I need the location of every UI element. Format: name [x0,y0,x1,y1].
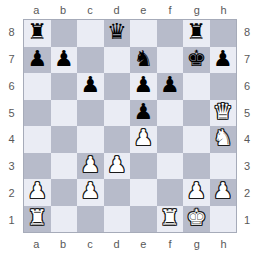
piece-white-pawn-h2[interactable]: ♟ [213,180,233,202]
square-d2[interactable] [104,179,131,206]
square-h4[interactable]: ♞ [210,126,237,153]
square-d5[interactable] [104,100,131,127]
square-d8[interactable]: ♛ [104,20,131,47]
piece-black-king-g7[interactable]: ♚ [186,48,206,70]
piece-black-pawn-c6[interactable]: ♟ [80,74,100,96]
file-label-c: c [77,0,104,19]
file-label-c: c [77,233,104,255]
square-e8[interactable] [130,20,157,47]
file-labels-top: abcdefgh [23,0,237,19]
piece-black-pawn-h7[interactable]: ♟ [213,48,233,70]
square-e7[interactable]: ♞ [130,47,157,74]
square-f2[interactable] [157,179,184,206]
square-b4[interactable] [51,126,78,153]
piece-black-knight-e7[interactable]: ♞ [133,48,153,70]
rank-label-1: 1 [0,206,23,233]
square-f6[interactable]: ♟ [157,73,184,100]
square-d7[interactable] [104,47,131,74]
square-g6[interactable] [183,73,210,100]
square-g4[interactable] [183,126,210,153]
file-label-e: e [130,0,157,19]
file-label-d: d [103,233,130,255]
square-c2[interactable]: ♟ [77,179,104,206]
square-b3[interactable] [51,153,78,180]
square-h8[interactable] [210,20,237,47]
square-a7[interactable]: ♟ [24,47,51,74]
rank-label-7: 7 [0,46,23,73]
square-c3[interactable]: ♟ [77,153,104,180]
square-d1[interactable] [104,206,131,233]
rank-label-4: 4 [237,126,257,153]
file-labels-bottom: abcdefgh [23,233,237,255]
square-g8[interactable]: ♜ [183,20,210,47]
square-c6[interactable]: ♟ [77,73,104,100]
piece-white-pawn-e4[interactable]: ♟ [133,127,153,149]
square-b8[interactable] [51,20,78,47]
square-c7[interactable] [77,47,104,74]
piece-black-queen-d8[interactable]: ♛ [107,21,127,43]
square-a2[interactable]: ♟ [24,179,51,206]
square-e4[interactable]: ♟ [130,126,157,153]
square-a4[interactable] [24,126,51,153]
square-d4[interactable] [104,126,131,153]
file-label-d: d [103,0,130,19]
square-g5[interactable] [183,100,210,127]
piece-black-pawn-f6[interactable]: ♟ [160,74,180,96]
rank-label-1: 1 [237,206,257,233]
square-h5[interactable]: ♛ [210,100,237,127]
piece-black-pawn-e5[interactable]: ♟ [133,101,153,123]
piece-black-pawn-b7[interactable]: ♟ [54,48,74,70]
square-g3[interactable] [183,153,210,180]
square-f3[interactable] [157,153,184,180]
square-c4[interactable] [77,126,104,153]
piece-black-pawn-e6[interactable]: ♟ [133,74,153,96]
file-label-e: e [130,233,157,255]
rank-label-8: 8 [237,19,257,46]
file-label-g: g [184,0,211,19]
square-a1[interactable]: ♜ [24,206,51,233]
rank-label-2: 2 [237,180,257,207]
piece-white-queen-h5[interactable]: ♛ [213,101,233,123]
file-label-a: a [23,0,50,19]
chess-diagram: abcdefgh 87654321 ♜♛♜♟♟♞♚♟♟♟♟♟♛♟♞♟♟♟♟♟♟♜… [0,0,257,255]
square-d6[interactable] [104,73,131,100]
file-label-g: g [184,233,211,255]
square-b2[interactable] [51,179,78,206]
square-a3[interactable] [24,153,51,180]
file-label-b: b [50,233,77,255]
square-f8[interactable] [157,20,184,47]
rank-label-5: 5 [237,99,257,126]
rank-label-4: 4 [0,126,23,153]
square-c8[interactable] [77,20,104,47]
rank-label-6: 6 [237,73,257,100]
square-g2[interactable]: ♟ [183,179,210,206]
file-label-h: h [210,233,237,255]
chess-board: ♜♛♜♟♟♞♚♟♟♟♟♟♛♟♞♟♟♟♟♟♟♜♜♚ [23,19,237,233]
rank-label-2: 2 [0,180,23,207]
square-h3[interactable] [210,153,237,180]
piece-white-rook-f1[interactable]: ♜ [160,207,180,229]
rank-label-5: 5 [0,99,23,126]
rank-label-3: 3 [0,153,23,180]
square-g7[interactable]: ♚ [183,47,210,74]
square-g1[interactable]: ♚ [183,206,210,233]
square-f1[interactable]: ♜ [157,206,184,233]
piece-white-rook-a1[interactable]: ♜ [27,207,47,229]
square-h2[interactable]: ♟ [210,179,237,206]
square-c5[interactable] [77,100,104,127]
square-f7[interactable] [157,47,184,74]
piece-black-rook-g8[interactable]: ♜ [186,21,206,43]
square-e2[interactable] [130,179,157,206]
file-label-a: a [23,233,50,255]
square-h1[interactable] [210,206,237,233]
piece-black-pawn-a7[interactable]: ♟ [27,48,47,70]
square-e5[interactable]: ♟ [130,100,157,127]
piece-white-pawn-g2[interactable]: ♟ [186,180,206,202]
square-e6[interactable]: ♟ [130,73,157,100]
piece-black-rook-a8[interactable]: ♜ [27,21,47,43]
rank-label-3: 3 [237,153,257,180]
rank-label-6: 6 [0,73,23,100]
square-a5[interactable] [24,100,51,127]
square-f4[interactable] [157,126,184,153]
piece-white-king-g1[interactable]: ♚ [186,207,206,229]
square-b6[interactable] [51,73,78,100]
file-label-h: h [210,0,237,19]
file-label-f: f [157,233,184,255]
rank-label-7: 7 [237,46,257,73]
piece-white-pawn-d3[interactable]: ♟ [107,154,127,176]
square-d3[interactable]: ♟ [104,153,131,180]
square-f5[interactable] [157,100,184,127]
square-e1[interactable] [130,206,157,233]
square-b5[interactable] [51,100,78,127]
square-h6[interactable] [210,73,237,100]
file-label-f: f [157,0,184,19]
square-h7[interactable]: ♟ [210,47,237,74]
square-e3[interactable] [130,153,157,180]
piece-white-knight-h4[interactable]: ♞ [213,127,233,149]
square-c1[interactable] [77,206,104,233]
piece-white-pawn-c2[interactable]: ♟ [80,180,100,202]
square-a8[interactable]: ♜ [24,20,51,47]
square-b1[interactable] [51,206,78,233]
file-label-b: b [50,0,77,19]
piece-white-pawn-a2[interactable]: ♟ [27,180,47,202]
square-a6[interactable] [24,73,51,100]
piece-white-pawn-c3[interactable]: ♟ [80,154,100,176]
rank-labels-left: 87654321 [0,19,23,233]
rank-labels-right: 87654321 [237,19,257,233]
rank-label-8: 8 [0,19,23,46]
square-b7[interactable]: ♟ [51,47,78,74]
